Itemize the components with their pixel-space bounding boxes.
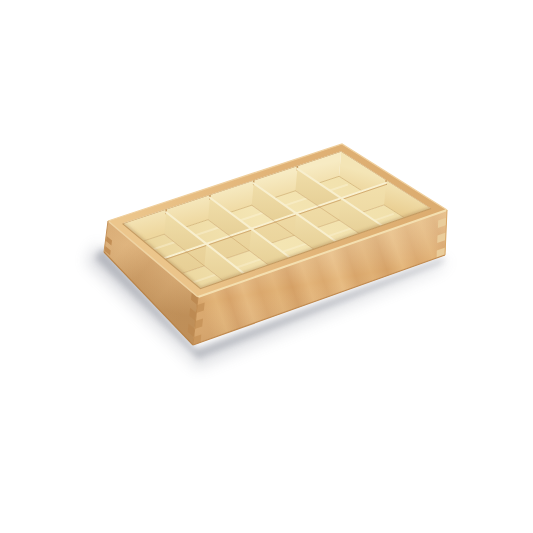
wooden-tray-illustration [0,0,533,533]
product-photo: Empty wooden sorting tray with ten compa… [0,0,533,533]
